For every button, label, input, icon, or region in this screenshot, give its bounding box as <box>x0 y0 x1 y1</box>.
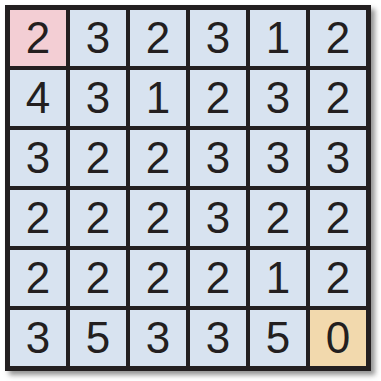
cell-r6c3[interactable]: 3 <box>130 310 186 366</box>
cell-r3c2[interactable]: 2 <box>70 130 126 186</box>
cell-r3c1[interactable]: 3 <box>10 130 66 186</box>
cell-r2c5[interactable]: 3 <box>250 70 306 126</box>
cell-r2c2[interactable]: 3 <box>70 70 126 126</box>
cell-r3c5[interactable]: 3 <box>250 130 306 186</box>
cell-r2c1[interactable]: 4 <box>10 70 66 126</box>
cell-r2c4[interactable]: 2 <box>190 70 246 126</box>
start-cell-r1c1[interactable]: 2 <box>10 10 66 66</box>
cell-r4c3[interactable]: 2 <box>130 190 186 246</box>
cell-r6c1[interactable]: 3 <box>10 310 66 366</box>
cell-r6c4[interactable]: 3 <box>190 310 246 366</box>
cell-r3c4[interactable]: 3 <box>190 130 246 186</box>
cell-r2c6[interactable]: 2 <box>310 70 366 126</box>
cell-r5c5[interactable]: 1 <box>250 250 306 306</box>
cell-r1c6[interactable]: 2 <box>310 10 366 66</box>
puzzle-board: 232312431232322333222322222212353350 <box>5 5 371 371</box>
cell-r5c1[interactable]: 2 <box>10 250 66 306</box>
cell-r1c5[interactable]: 1 <box>250 10 306 66</box>
cell-r3c3[interactable]: 2 <box>130 130 186 186</box>
cell-r3c6[interactable]: 3 <box>310 130 366 186</box>
cell-r1c3[interactable]: 2 <box>130 10 186 66</box>
cell-r5c2[interactable]: 2 <box>70 250 126 306</box>
cell-r6c2[interactable]: 5 <box>70 310 126 366</box>
goal-cell-r6c6[interactable]: 0 <box>310 310 366 366</box>
cell-r4c1[interactable]: 2 <box>10 190 66 246</box>
cell-r6c5[interactable]: 5 <box>250 310 306 366</box>
cell-r4c2[interactable]: 2 <box>70 190 126 246</box>
cell-r2c3[interactable]: 1 <box>130 70 186 126</box>
cell-r4c6[interactable]: 2 <box>310 190 366 246</box>
cell-r4c4[interactable]: 3 <box>190 190 246 246</box>
cell-r5c3[interactable]: 2 <box>130 250 186 306</box>
cell-r4c5[interactable]: 2 <box>250 190 306 246</box>
cell-r1c2[interactable]: 3 <box>70 10 126 66</box>
page: 232312431232322333222322222212353350 <box>0 0 381 381</box>
cell-r5c4[interactable]: 2 <box>190 250 246 306</box>
cell-r1c4[interactable]: 3 <box>190 10 246 66</box>
cell-r5c6[interactable]: 2 <box>310 250 366 306</box>
